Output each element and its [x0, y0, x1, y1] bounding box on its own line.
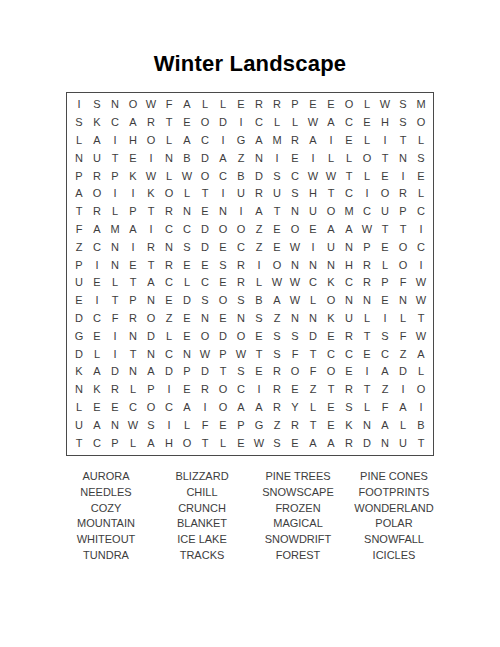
grid-cell: E — [88, 274, 106, 292]
grid-cell: L — [178, 274, 196, 292]
grid-cell: T — [124, 345, 142, 363]
word-list-item: CHILL — [186, 485, 217, 501]
grid-cell: L — [88, 345, 106, 363]
grid-cell: K — [322, 274, 340, 292]
grid-cell: H — [340, 256, 358, 274]
grid-cell: O — [412, 114, 430, 132]
grid-cell: E — [304, 96, 322, 114]
grid-cell: C — [160, 399, 178, 417]
grid-cell: L — [358, 399, 376, 417]
word-list-item: FOOTPRINTS — [359, 485, 430, 501]
grid-cell: N — [106, 416, 124, 434]
grid-cell: N — [394, 149, 412, 167]
grid-cell: N — [250, 149, 268, 167]
grid-cell: Z — [268, 416, 286, 434]
grid-cell: L — [70, 399, 88, 417]
grid-cell: A — [304, 434, 322, 452]
grid-cell: E — [250, 327, 268, 345]
grid-cell: W — [286, 274, 304, 292]
grid-cell: O — [214, 399, 232, 417]
grid-cell: S — [268, 167, 286, 185]
grid-cell: O — [196, 167, 214, 185]
grid-cell: A — [250, 132, 268, 150]
grid-cell: P — [124, 292, 142, 310]
grid-cell: N — [124, 327, 142, 345]
grid-cell: T — [358, 381, 376, 399]
grid-cell: A — [232, 399, 250, 417]
grid-cell: L — [106, 203, 124, 221]
grid-cell: E — [322, 327, 340, 345]
grid-cell: E — [358, 114, 376, 132]
grid-cell: N — [124, 363, 142, 381]
word-list-item: PINE CONES — [360, 469, 428, 485]
grid-cell: S — [70, 114, 88, 132]
grid-cell: M — [268, 132, 286, 150]
grid-cell: E — [178, 256, 196, 274]
grid-cell: P — [358, 238, 376, 256]
grid-cell: S — [142, 416, 160, 434]
grid-cell: A — [340, 221, 358, 239]
grid-cell: E — [214, 238, 232, 256]
grid-cell: R — [358, 274, 376, 292]
grid-cell: E — [286, 434, 304, 452]
grid-cell: N — [340, 292, 358, 310]
grid-cell: U — [376, 203, 394, 221]
grid-cell: L — [412, 132, 430, 150]
grid-cell: S — [232, 292, 250, 310]
grid-cell: L — [358, 310, 376, 328]
grid-cell: O — [142, 310, 160, 328]
grid-cell: S — [232, 363, 250, 381]
grid-cell: P — [286, 96, 304, 114]
word-list-item: AURORA — [82, 469, 129, 485]
grid-cell: E — [322, 399, 340, 417]
grid-cell: B — [250, 292, 268, 310]
grid-cell: O — [394, 238, 412, 256]
grid-cell: Z — [232, 149, 250, 167]
grid-cell: E — [160, 292, 178, 310]
grid-cell: F — [394, 274, 412, 292]
grid-cell: W — [412, 327, 430, 345]
grid-cell: A — [178, 96, 196, 114]
grid-cell: O — [286, 221, 304, 239]
grid-cell: N — [376, 434, 394, 452]
grid-cell: T — [70, 434, 88, 452]
grid-cell: U — [88, 149, 106, 167]
grid-cell: E — [376, 167, 394, 185]
grid-cell: R — [286, 132, 304, 150]
grid-cell: H — [160, 434, 178, 452]
grid-cell: A — [394, 399, 412, 417]
grid-cell: C — [340, 185, 358, 203]
grid-cell: A — [268, 292, 286, 310]
grid-cell: T — [394, 132, 412, 150]
grid-cell: E — [268, 221, 286, 239]
grid-cell: R — [106, 381, 124, 399]
word-list-item: WONDERLAND — [354, 501, 433, 517]
grid-cell: L — [358, 96, 376, 114]
grid-cell: N — [196, 310, 214, 328]
grid-cell: O — [214, 292, 232, 310]
grid-cell: S — [394, 96, 412, 114]
grid-cell: I — [250, 381, 268, 399]
grid-cell: R — [358, 256, 376, 274]
grid-cell: O — [412, 381, 430, 399]
grid-cell: K — [70, 363, 88, 381]
word-list-item: BLIZZARD — [175, 469, 228, 485]
grid-cell: D — [358, 434, 376, 452]
grid-cell: F — [394, 327, 412, 345]
grid-cell: C — [124, 399, 142, 417]
grid-cell: T — [322, 185, 340, 203]
grid-cell: D — [70, 345, 88, 363]
grid-cell: N — [340, 238, 358, 256]
grid-cell: Z — [70, 238, 88, 256]
grid-cell: L — [124, 434, 142, 452]
grid-cell: F — [160, 96, 178, 114]
grid-cell: K — [322, 310, 340, 328]
grid-cell: A — [250, 203, 268, 221]
grid-cell: K — [340, 416, 358, 434]
grid-cell: R — [142, 114, 160, 132]
grid-cell: D — [160, 363, 178, 381]
grid-cell: L — [394, 310, 412, 328]
grid-cell: C — [178, 221, 196, 239]
grid-cell: I — [268, 149, 286, 167]
grid-cell: Z — [268, 310, 286, 328]
grid-cell: I — [88, 256, 106, 274]
grid-cell: E — [340, 363, 358, 381]
grid-cell: I — [70, 96, 88, 114]
grid-cell: W — [286, 238, 304, 256]
grid-cell: G — [250, 416, 268, 434]
word-list-item: SNOWDRIFT — [265, 532, 332, 548]
grid-cell: Z — [250, 221, 268, 239]
grid-cell: I — [106, 185, 124, 203]
grid-cell: T — [196, 434, 214, 452]
grid-cell: B — [232, 167, 250, 185]
grid-cell: W — [376, 96, 394, 114]
grid-cell: L — [214, 96, 232, 114]
grid-cell: E — [268, 238, 286, 256]
grid-cell: R — [232, 274, 250, 292]
grid-cell: L — [412, 363, 430, 381]
grid-cell: I — [160, 381, 178, 399]
grid-cell: F — [376, 399, 394, 417]
grid-cell: C — [160, 345, 178, 363]
word-list-column: PINE TREESSNOWSCAPEFROZENMAGICALSNOWDRIF… — [250, 469, 346, 564]
grid-cell: P — [394, 203, 412, 221]
grid-cell: R — [340, 381, 358, 399]
grid-cell: A — [88, 132, 106, 150]
grid-cell: N — [70, 381, 88, 399]
grid-cell: B — [412, 416, 430, 434]
grid-cell: I — [124, 238, 142, 256]
grid-cell: E — [376, 238, 394, 256]
grid-cell: S — [394, 114, 412, 132]
grid-cell: D — [196, 149, 214, 167]
grid-cell: D — [196, 221, 214, 239]
grid-cell: L — [196, 96, 214, 114]
grid-cell: A — [322, 114, 340, 132]
grid-cell: C — [250, 114, 268, 132]
grid-cell: D — [214, 114, 232, 132]
grid-cell: P — [106, 434, 124, 452]
word-list: AURORANEEDLESCOZYMOUNTAINWHITEOUTTUNDRA … — [58, 469, 442, 564]
grid-cell: N — [286, 203, 304, 221]
grid-cell: R — [340, 327, 358, 345]
grid-cell: E — [70, 292, 88, 310]
word-list-item: NEEDLES — [80, 485, 131, 501]
grid-cell: T — [250, 345, 268, 363]
grid-cell: W — [142, 167, 160, 185]
grid-cell: E — [214, 310, 232, 328]
grid-cell: T — [304, 416, 322, 434]
grid-cell: E — [88, 327, 106, 345]
grid-cell: I — [394, 381, 412, 399]
grid-cell: I — [232, 203, 250, 221]
grid-cell: C — [412, 238, 430, 256]
grid-cell: O — [232, 327, 250, 345]
grid-cell: S — [340, 399, 358, 417]
grid-cell: N — [106, 256, 124, 274]
grid-cell: G — [232, 132, 250, 150]
grid-cell: C — [232, 381, 250, 399]
grid-cell: A — [70, 185, 88, 203]
grid-cell: Z — [250, 238, 268, 256]
grid-cell: R — [268, 96, 286, 114]
grid-cell: E — [178, 327, 196, 345]
grid-cell: R — [268, 363, 286, 381]
grid-cell: P — [70, 256, 88, 274]
grid-cell: M — [340, 203, 358, 221]
word-search-grid: ISNOWFALLERRPEEOLWSMSKCARTEODICLLWACEHSO… — [66, 92, 434, 456]
grid-cell: H — [124, 132, 142, 150]
word-list-item: SNOWSCAPE — [262, 485, 334, 501]
grid-cell: I — [376, 310, 394, 328]
grid-cell: L — [286, 114, 304, 132]
grid-cell: S — [196, 292, 214, 310]
grid-cell: A — [214, 149, 232, 167]
word-list-column: PINE CONESFOOTPRINTSWONDERLANDPOLARSNOWF… — [346, 469, 442, 564]
grid-cell: L — [304, 399, 322, 417]
grid-cell: Z — [304, 381, 322, 399]
grid-cell: R — [394, 185, 412, 203]
grid-cell: I — [142, 221, 160, 239]
grid-cell: I — [160, 416, 178, 434]
grid-cell: N — [304, 256, 322, 274]
grid-cell: W — [412, 274, 430, 292]
word-list-item: ICE LAKE — [177, 532, 227, 548]
grid-cell: L — [178, 416, 196, 434]
grid-cell: N — [178, 203, 196, 221]
grid-cell: N — [160, 149, 178, 167]
grid-cell: W — [268, 274, 286, 292]
grid-cell: T — [70, 203, 88, 221]
grid-cell: I — [412, 399, 430, 417]
grid-cell: W — [142, 96, 160, 114]
grid-cell: R — [268, 381, 286, 399]
grid-cell: U — [340, 310, 358, 328]
grid-cell: C — [88, 310, 106, 328]
grid-cell: L — [214, 434, 232, 452]
grid-cell: M — [412, 96, 430, 114]
grid-cell: O — [286, 363, 304, 381]
word-list-item: FOREST — [276, 548, 321, 564]
grid-cell: W — [286, 292, 304, 310]
grid-cell: I — [106, 327, 124, 345]
grid-cell: N — [142, 345, 160, 363]
grid-cell: I — [304, 149, 322, 167]
word-list-item: PINE TREES — [265, 469, 330, 485]
grid-cell: W — [304, 167, 322, 185]
grid-cell: T — [376, 221, 394, 239]
grid-cell: I — [250, 256, 268, 274]
grid-cell: N — [160, 238, 178, 256]
grid-cell: I — [106, 345, 124, 363]
grid-cell: N — [304, 310, 322, 328]
word-list-item: WHITEOUT — [77, 532, 136, 548]
grid-cell: S — [178, 238, 196, 256]
grid-cell: G — [70, 327, 88, 345]
grid-cell: H — [304, 185, 322, 203]
grid-cell: E — [88, 399, 106, 417]
grid-cell: C — [196, 132, 214, 150]
grid-cell: A — [124, 114, 142, 132]
grid-cell: L — [394, 416, 412, 434]
grid-cell: C — [340, 274, 358, 292]
grid-cell: C — [412, 203, 430, 221]
grid-cell: O — [178, 434, 196, 452]
grid-cell: W — [178, 167, 196, 185]
grid-cell: T — [142, 256, 160, 274]
grid-cell: L — [250, 274, 268, 292]
grid-cell: A — [322, 434, 340, 452]
grid-cell: E — [340, 132, 358, 150]
grid-cell: E — [376, 292, 394, 310]
grid-cell: W — [304, 114, 322, 132]
grid-cell: U — [304, 203, 322, 221]
grid-cell: R — [286, 416, 304, 434]
word-list-item: CRUNCH — [178, 501, 226, 517]
grid-cell: A — [88, 416, 106, 434]
grid-cell: W — [358, 221, 376, 239]
grid-cell: D — [250, 167, 268, 185]
grid-cell: O — [196, 327, 214, 345]
grid-cell: D — [304, 327, 322, 345]
grid-cell: I — [124, 185, 142, 203]
grid-cell: S — [286, 185, 304, 203]
grid-cell: S — [286, 327, 304, 345]
grid-cell: R — [232, 256, 250, 274]
grid-cell: E — [106, 399, 124, 417]
grid-cell: S — [214, 256, 232, 274]
grid-cell: O — [124, 96, 142, 114]
word-list-item: MOUNTAIN — [77, 516, 135, 532]
grid-cell: R — [88, 203, 106, 221]
grid-cell: I — [358, 363, 376, 381]
grid-cell: C — [88, 238, 106, 256]
grid-cell: T — [196, 185, 214, 203]
grid-cell: I — [412, 256, 430, 274]
grid-cell: E — [304, 221, 322, 239]
grid-cell: C — [340, 114, 358, 132]
grid-cell: I — [106, 132, 124, 150]
grid-cell: D — [394, 363, 412, 381]
grid-cell: N — [178, 345, 196, 363]
grid-cell: A — [142, 363, 160, 381]
grid-cell: S — [376, 327, 394, 345]
grid-cell: U — [322, 238, 340, 256]
grid-cell: R — [340, 434, 358, 452]
grid-cell: A — [88, 221, 106, 239]
grid-cell: O — [160, 185, 178, 203]
grid-cell: E — [286, 149, 304, 167]
grid-cell: K — [124, 167, 142, 185]
grid-cell: C — [196, 274, 214, 292]
grid-cell: P — [214, 345, 232, 363]
grid-cell: O — [214, 381, 232, 399]
grid-cell: E — [412, 167, 430, 185]
grid-cell: T — [142, 203, 160, 221]
grid-cell: D — [214, 327, 232, 345]
grid-cell: A — [412, 345, 430, 363]
grid-cell: Z — [394, 345, 412, 363]
word-list-item: ICICLES — [373, 548, 416, 564]
grid-cell: T — [106, 292, 124, 310]
grid-cell: P — [124, 203, 142, 221]
word-list-column: AURORANEEDLESCOZYMOUNTAINWHITEOUTTUNDRA — [58, 469, 154, 564]
grid-cell: W — [412, 292, 430, 310]
word-list-item: FROZEN — [275, 501, 320, 517]
grid-cell: N — [358, 416, 376, 434]
grid-cell: N — [232, 310, 250, 328]
grid-cell: D — [196, 363, 214, 381]
grid-cell: N — [358, 292, 376, 310]
grid-cell: R — [160, 203, 178, 221]
grid-cell: L — [304, 292, 322, 310]
grid-cell: S — [268, 434, 286, 452]
grid-cell: L — [376, 256, 394, 274]
grid-cell: F — [304, 363, 322, 381]
grid-cell: O — [214, 221, 232, 239]
grid-cell: N — [106, 238, 124, 256]
grid-cell: W — [232, 345, 250, 363]
grid-cell: N — [142, 292, 160, 310]
grid-cell: N — [214, 203, 232, 221]
grid-cell: O — [394, 256, 412, 274]
grid-cell: P — [178, 363, 196, 381]
grid-cell: Z — [160, 310, 178, 328]
grid-cell: T — [304, 345, 322, 363]
grid-cell: I — [412, 221, 430, 239]
grid-cell: I — [376, 132, 394, 150]
grid-cell: M — [106, 221, 124, 239]
grid-cell: E — [214, 274, 232, 292]
grid-cell: O — [340, 96, 358, 114]
grid-cell: C — [304, 274, 322, 292]
grid-cell: U — [70, 274, 88, 292]
word-list-item: SNOWFALL — [364, 532, 424, 548]
word-list-item: BLANKET — [177, 516, 227, 532]
grid-cell: O — [322, 363, 340, 381]
grid-cell: A — [376, 363, 394, 381]
grid-cell: I — [196, 399, 214, 417]
grid-cell: O — [376, 185, 394, 203]
grid-cell: A — [142, 434, 160, 452]
grid-cell: E — [196, 203, 214, 221]
grid-cell: E — [178, 310, 196, 328]
